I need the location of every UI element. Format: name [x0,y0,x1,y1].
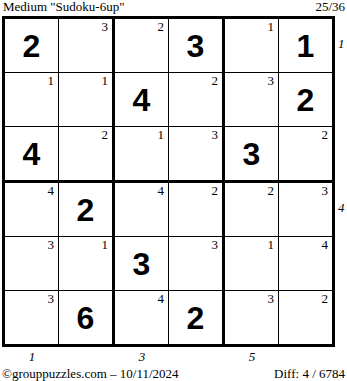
given-digit: 2 [297,84,315,116]
given-digit: 2 [77,194,95,226]
corner-mark: 2 [212,74,219,88]
cell-r6c2[interactable]: 6 [59,291,115,344]
given-digit: 2 [187,302,205,334]
corner-mark: 2 [268,184,275,198]
cell-r6c5[interactable]: 3 [225,291,279,344]
cell-r5c5[interactable]: 1 [225,237,279,291]
corner-mark: 3 [212,128,219,142]
difficulty-text: Diff: 4 / 6784 [274,366,345,381]
col-label-5: 5 [242,350,262,363]
given-digit: 2 [23,30,41,62]
corner-mark: 1 [102,238,109,252]
cell-r6c3[interactable]: 4 [115,291,169,344]
cell-r4c3[interactable]: 4 [115,183,169,237]
corner-mark: 2 [212,184,219,198]
corner-mark: 3 [268,292,275,306]
given-digit: 1 [297,30,315,62]
corner-mark: 4 [48,184,55,198]
puzzle-counter: 25/36 [315,0,345,15]
cell-r4c4[interactable]: 2 [169,183,225,237]
cell-r4c2[interactable]: 2 [59,183,115,237]
copyright-text: ©grouppuzzles.com – 10/11/2024 [2,366,179,381]
corner-mark: 3 [322,184,329,198]
corner-mark: 1 [48,74,55,88]
cell-r1c2[interactable]: 3 [59,19,115,73]
corner-mark: 2 [322,292,329,306]
cell-r5c1[interactable]: 3 [5,237,59,291]
corner-mark: 1 [102,74,109,88]
cell-r2c3[interactable]: 4 [115,73,169,127]
cell-r3c2[interactable]: 2 [59,127,115,183]
cell-r2c5[interactable]: 3 [225,73,279,127]
given-digit: 6 [77,302,95,334]
cell-r1c1[interactable]: 2 [5,19,59,73]
cell-r6c1[interactable]: 3 [5,291,59,344]
col-label-1: 1 [22,350,42,363]
cell-r3c4[interactable]: 3 [169,127,225,183]
cell-r1c4[interactable]: 3 [169,19,225,73]
corner-mark: 1 [268,238,275,252]
corner-mark: 2 [322,128,329,142]
corner-mark: 2 [158,20,165,34]
cell-r2c4[interactable]: 2 [169,73,225,127]
cell-r1c3[interactable]: 2 [115,19,169,73]
cell-r3c5[interactable]: 3 [225,127,279,183]
given-digit: 4 [23,138,41,170]
corner-mark: 3 [48,292,55,306]
corner-mark: 4 [322,238,329,252]
corner-mark: 3 [102,20,109,34]
corner-mark: 3 [212,238,219,252]
row-label-4: 4 [338,201,345,214]
sudoku-board: 232311114232421332424223313314364232 [2,16,335,347]
corner-mark: 4 [158,292,165,306]
corner-mark: 4 [158,184,165,198]
corner-mark: 2 [102,128,109,142]
cell-r4c1[interactable]: 4 [5,183,59,237]
corner-mark: 1 [268,20,275,34]
given-digit: 3 [243,138,261,170]
cell-r4c5[interactable]: 2 [225,183,279,237]
cell-r5c3[interactable]: 3 [115,237,169,291]
cell-r6c6[interactable]: 2 [279,291,332,344]
cell-r3c1[interactable]: 4 [5,127,59,183]
corner-mark: 3 [268,74,275,88]
cell-r2c1[interactable]: 1 [5,73,59,127]
cell-r2c6[interactable]: 2 [279,73,332,127]
col-label-3: 3 [132,350,152,363]
cell-r4c6[interactable]: 3 [279,183,332,237]
cell-r5c4[interactable]: 3 [169,237,225,291]
given-digit: 4 [133,84,151,116]
cell-r5c6[interactable]: 4 [279,237,332,291]
corner-mark: 3 [48,238,55,252]
corner-mark: 1 [158,128,165,142]
cell-r2c2[interactable]: 1 [59,73,115,127]
cell-r6c4[interactable]: 2 [169,291,225,344]
given-digit: 3 [133,248,151,280]
cell-r3c3[interactable]: 1 [115,127,169,183]
cell-r1c5[interactable]: 1 [225,19,279,73]
page-title: Medium "Sudoku-6up" [3,0,124,15]
cell-r1c6[interactable]: 1 [279,19,332,73]
cell-r3c6[interactable]: 2 [279,127,332,183]
cell-r5c2[interactable]: 1 [59,237,115,291]
given-digit: 3 [187,30,205,62]
row-label-1: 1 [338,37,345,50]
